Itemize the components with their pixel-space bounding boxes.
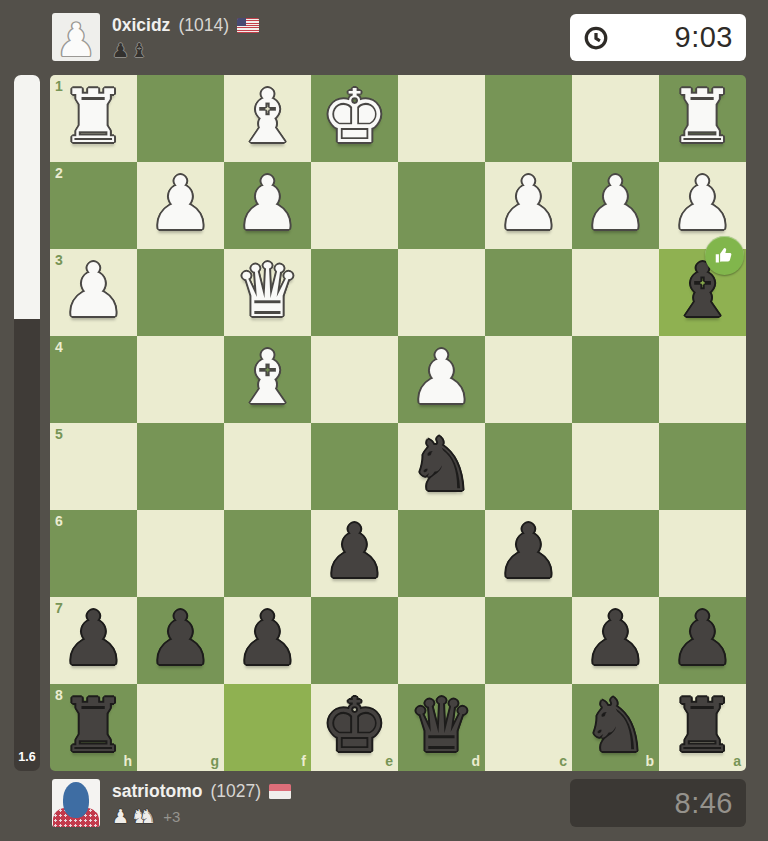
square-h2[interactable]: 2 bbox=[50, 162, 137, 249]
piece-black-rook-a8[interactable]: ♜ bbox=[669, 688, 735, 762]
square-g5[interactable] bbox=[137, 423, 224, 510]
piece-white-pawn-a2[interactable]: ♟ bbox=[669, 166, 735, 240]
rank-label-4: 4 bbox=[55, 340, 63, 354]
clock-icon bbox=[583, 25, 609, 51]
player-info: satriotomo (1027) ♟♞♞ +3 bbox=[112, 781, 291, 827]
piece-white-pawn-h3[interactable]: ♟ bbox=[60, 253, 126, 327]
square-b8[interactable]: b♞ bbox=[572, 684, 659, 771]
square-g7[interactable]: ♟ bbox=[137, 597, 224, 684]
piece-white-king-e1[interactable]: ♚ bbox=[321, 79, 387, 153]
square-d6[interactable] bbox=[398, 510, 485, 597]
square-c6[interactable]: ♟ bbox=[485, 510, 572, 597]
square-h4[interactable]: 4 bbox=[50, 336, 137, 423]
square-g8[interactable]: g bbox=[137, 684, 224, 771]
opponent-info: 0xicidz (1014) ♟♝ bbox=[112, 15, 259, 61]
piece-black-pawn-c6[interactable]: ♟ bbox=[495, 514, 561, 588]
square-f6[interactable] bbox=[224, 510, 311, 597]
piece-black-pawn-f7[interactable]: ♟ bbox=[234, 601, 300, 675]
material-advantage: +3 bbox=[163, 808, 180, 825]
piece-black-king-e8[interactable]: ♚ bbox=[321, 688, 387, 762]
square-a7[interactable]: ♟ bbox=[659, 597, 746, 684]
piece-black-pawn-e6[interactable]: ♟ bbox=[321, 514, 387, 588]
square-a4[interactable] bbox=[659, 336, 746, 423]
piece-black-pawn-b7[interactable]: ♟ bbox=[582, 601, 648, 675]
piece-black-rook-h8[interactable]: ♜ bbox=[60, 688, 126, 762]
square-c4[interactable] bbox=[485, 336, 572, 423]
opponent-captured-pieces: ♟♝ bbox=[112, 39, 259, 61]
player-clock: 8:46 bbox=[570, 779, 746, 827]
thumbs-up-icon bbox=[705, 236, 744, 275]
piece-black-queen-d8[interactable]: ♛ bbox=[408, 688, 474, 762]
square-b1[interactable] bbox=[572, 75, 659, 162]
square-a8[interactable]: a♜ bbox=[659, 684, 746, 771]
rank-label-5: 5 bbox=[55, 427, 63, 441]
opponent-time: 9:03 bbox=[675, 21, 733, 54]
captured-white-knight-icon: ♞ bbox=[139, 807, 156, 826]
opponent-avatar[interactable]: ♟ bbox=[52, 13, 100, 61]
square-d8[interactable]: d♛ bbox=[398, 684, 485, 771]
square-c8[interactable]: c bbox=[485, 684, 572, 771]
file-label-g: g bbox=[210, 754, 219, 768]
square-b7[interactable]: ♟ bbox=[572, 597, 659, 684]
chess-game-screen: ♟ 0xicidz (1014) ♟♝ 9:03 1.6 1♜♝♚♜2♟♟♟♟♟… bbox=[0, 0, 768, 841]
square-f3[interactable]: ♛ bbox=[224, 249, 311, 336]
square-e5[interactable] bbox=[311, 423, 398, 510]
piece-black-knight-b8[interactable]: ♞ bbox=[582, 688, 648, 762]
square-e7[interactable] bbox=[311, 597, 398, 684]
piece-black-pawn-a7[interactable]: ♟ bbox=[669, 601, 735, 675]
us-flag-icon bbox=[237, 18, 259, 33]
evaluation-bar: 1.6 bbox=[14, 75, 40, 771]
square-f1[interactable]: ♝ bbox=[224, 75, 311, 162]
square-f5[interactable] bbox=[224, 423, 311, 510]
player-captured-pieces: ♟♞♞ +3 bbox=[112, 805, 291, 827]
square-f2[interactable]: ♟ bbox=[224, 162, 311, 249]
square-e2[interactable] bbox=[311, 162, 398, 249]
square-a1[interactable]: ♜ bbox=[659, 75, 746, 162]
player-time: 8:46 bbox=[675, 787, 733, 820]
square-h3[interactable]: 3♟ bbox=[50, 249, 137, 336]
piece-white-rook-a1[interactable]: ♜ bbox=[669, 79, 735, 153]
square-d4[interactable]: ♟ bbox=[398, 336, 485, 423]
square-c1[interactable] bbox=[485, 75, 572, 162]
opponent-rating: (1014) bbox=[178, 15, 229, 36]
board: 1♜♝♚♜2♟♟♟♟♟3♟♛♝4♝♟5♞6♟♟7♟♟♟♟♟8h♜gfe♚d♛cb… bbox=[50, 75, 746, 771]
square-b5[interactable] bbox=[572, 423, 659, 510]
piece-white-bishop-f4[interactable]: ♝ bbox=[234, 340, 300, 414]
square-g4[interactable] bbox=[137, 336, 224, 423]
square-c7[interactable] bbox=[485, 597, 572, 684]
square-h7[interactable]: 7♟ bbox=[50, 597, 137, 684]
evaluation-score: 1.6 bbox=[14, 750, 40, 764]
captured-black-bishop-icon: ♝ bbox=[131, 41, 148, 60]
evaluation-bar-white-section bbox=[14, 75, 40, 319]
file-label-f: f bbox=[301, 754, 306, 768]
square-e6[interactable]: ♟ bbox=[311, 510, 398, 597]
square-a6[interactable] bbox=[659, 510, 746, 597]
square-d1[interactable] bbox=[398, 75, 485, 162]
square-a2[interactable]: ♟ bbox=[659, 162, 746, 249]
player-captured-glyphs: ♟♞♞ bbox=[112, 807, 156, 826]
white-pawn-avatar-icon: ♟ bbox=[55, 17, 96, 61]
square-e8[interactable]: e♚ bbox=[311, 684, 398, 771]
piece-white-queen-f3[interactable]: ♛ bbox=[234, 253, 300, 327]
piece-white-rook-h1[interactable]: ♜ bbox=[60, 79, 126, 153]
square-f4[interactable]: ♝ bbox=[224, 336, 311, 423]
piece-white-pawn-d4[interactable]: ♟ bbox=[408, 340, 474, 414]
square-e1[interactable]: ♚ bbox=[311, 75, 398, 162]
square-b2[interactable]: ♟ bbox=[572, 162, 659, 249]
square-d3[interactable] bbox=[398, 249, 485, 336]
square-h1[interactable]: 1♜ bbox=[50, 75, 137, 162]
player-username[interactable]: satriotomo bbox=[112, 781, 202, 802]
square-c5[interactable] bbox=[485, 423, 572, 510]
piece-white-pawn-c2[interactable]: ♟ bbox=[495, 166, 561, 240]
player-rating: (1027) bbox=[210, 781, 261, 802]
square-b6[interactable] bbox=[572, 510, 659, 597]
square-g2[interactable]: ♟ bbox=[137, 162, 224, 249]
captured-black-pawn-icon: ♟ bbox=[112, 41, 129, 60]
square-h8[interactable]: 8h♜ bbox=[50, 684, 137, 771]
square-e3[interactable] bbox=[311, 249, 398, 336]
piece-black-pawn-g7[interactable]: ♟ bbox=[147, 601, 213, 675]
square-g6[interactable] bbox=[137, 510, 224, 597]
opponent-clock: 9:03 bbox=[570, 14, 746, 61]
avatar-head bbox=[63, 782, 89, 818]
square-a3[interactable]: ♝ bbox=[659, 249, 746, 336]
square-d2[interactable] bbox=[398, 162, 485, 249]
piece-white-pawn-b2[interactable]: ♟ bbox=[582, 166, 648, 240]
piece-black-pawn-h7[interactable]: ♟ bbox=[60, 601, 126, 675]
square-b3[interactable] bbox=[572, 249, 659, 336]
square-g3[interactable] bbox=[137, 249, 224, 336]
square-b4[interactable] bbox=[572, 336, 659, 423]
square-h6[interactable]: 6 bbox=[50, 510, 137, 597]
square-h5[interactable]: 5 bbox=[50, 423, 137, 510]
opponent-username[interactable]: 0xicidz bbox=[112, 15, 170, 36]
rank-label-2: 2 bbox=[55, 166, 63, 180]
square-a5[interactable] bbox=[659, 423, 746, 510]
indonesia-flag-icon bbox=[269, 784, 291, 799]
square-d7[interactable] bbox=[398, 597, 485, 684]
square-c3[interactable] bbox=[485, 249, 572, 336]
piece-white-pawn-g2[interactable]: ♟ bbox=[147, 166, 213, 240]
captured-white-pawn-icon: ♟ bbox=[112, 807, 129, 826]
rank-label-6: 6 bbox=[55, 514, 63, 528]
square-f7[interactable]: ♟ bbox=[224, 597, 311, 684]
square-d5[interactable]: ♞ bbox=[398, 423, 485, 510]
piece-white-bishop-f1[interactable]: ♝ bbox=[234, 79, 300, 153]
square-c2[interactable]: ♟ bbox=[485, 162, 572, 249]
file-label-c: c bbox=[559, 754, 567, 768]
square-g1[interactable] bbox=[137, 75, 224, 162]
square-e4[interactable] bbox=[311, 336, 398, 423]
square-f8[interactable]: f bbox=[224, 684, 311, 771]
piece-white-pawn-f2[interactable]: ♟ bbox=[234, 166, 300, 240]
piece-black-knight-d5[interactable]: ♞ bbox=[408, 427, 474, 501]
player-avatar[interactable] bbox=[52, 779, 100, 827]
